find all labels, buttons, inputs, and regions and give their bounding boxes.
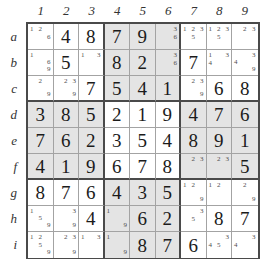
pencil-mark-5: 5 xyxy=(36,215,44,222)
pencil-mark-5: 5 xyxy=(36,241,44,249)
solved-digit: 5 xyxy=(156,180,180,205)
solved-digit: 8 xyxy=(54,102,79,127)
pencil-mark-3: 3 xyxy=(223,154,231,163)
cell-c4[interactable]: 5 xyxy=(105,76,131,102)
cell-e1[interactable]: 7 xyxy=(28,128,54,154)
cell-h8[interactable]: 8 xyxy=(207,206,233,232)
col-label-6: 6 xyxy=(156,1,182,21)
pencil-mark-2: 2 xyxy=(241,24,250,33)
cell-i8[interactable]: 345 xyxy=(207,232,233,258)
row-label-h: h xyxy=(0,206,23,232)
pencil-marks: 349 xyxy=(232,50,258,75)
pencil-marks: 34 xyxy=(232,232,258,258)
pencil-mark-1: 1 xyxy=(28,206,36,215)
pencil-marks: 23 xyxy=(207,154,232,178)
solved-digit: 7 xyxy=(54,180,79,205)
solved-digit: 2 xyxy=(130,50,155,75)
pencil-mark-1: 1 xyxy=(28,50,36,59)
solved-digit: 2 xyxy=(156,206,180,231)
solved-digit: 2 xyxy=(105,102,130,127)
solved-digit: 3 xyxy=(130,180,155,205)
cell-b9[interactable]: 349 xyxy=(232,50,258,76)
cell-i5[interactable]: 8 xyxy=(130,232,156,258)
pencil-marks: 23 xyxy=(232,24,258,49)
cell-e4[interactable]: 3 xyxy=(105,128,131,154)
cell-h3[interactable]: 4 xyxy=(79,206,105,232)
pencil-mark-9: 9 xyxy=(121,222,129,231)
solved-digit: 6 xyxy=(181,232,206,258)
pencil-marks: 1235 xyxy=(207,24,232,49)
sudoku-board: 1264879361235123523169513823671343492923… xyxy=(26,22,260,259)
pencil-mark-2: 2 xyxy=(189,154,197,163)
solved-digit: 5 xyxy=(54,50,79,75)
pencil-mark-1: 1 xyxy=(28,232,36,241)
solved-digit: 1 xyxy=(156,76,180,100)
pencil-mark-4: 4 xyxy=(232,59,241,66)
row-label-g: g xyxy=(0,180,23,206)
pencil-mark-3: 3 xyxy=(197,76,205,85)
row-label-f: f xyxy=(0,154,23,180)
pencil-mark-1: 1 xyxy=(181,180,189,189)
cell-g7[interactable]: 129 xyxy=(181,180,207,206)
cell-d9[interactable]: 6 xyxy=(232,102,258,128)
cell-e3[interactable]: 2 xyxy=(79,128,105,154)
cell-e8[interactable]: 9 xyxy=(207,128,233,154)
pencil-mark-2: 2 xyxy=(241,180,250,189)
pencil-mark-3: 3 xyxy=(249,24,258,33)
pencil-mark-1: 1 xyxy=(105,232,113,241)
solved-digit: 7 xyxy=(207,102,232,127)
sudoku-screenshot: 123456789 abcdefghi 12648793612351235231… xyxy=(0,0,274,259)
pencil-mark-2: 2 xyxy=(36,76,44,85)
cell-i4[interactable]: 19 xyxy=(105,232,131,258)
col-label-8: 8 xyxy=(207,1,233,21)
cell-f8[interactable]: 23 xyxy=(207,154,233,180)
solved-digit: 3 xyxy=(105,128,130,153)
pencil-mark-3: 3 xyxy=(249,50,258,59)
cell-d8[interactable]: 7 xyxy=(207,102,233,128)
pencil-marks: 23 xyxy=(181,154,206,178)
solved-digit: 4 xyxy=(54,24,79,49)
pencil-mark-5: 5 xyxy=(215,33,223,41)
solved-digit: 3 xyxy=(28,102,53,127)
pencil-mark-1: 1 xyxy=(207,50,215,59)
solved-digit: 5 xyxy=(105,76,130,100)
cell-i2[interactable]: 239 xyxy=(54,232,80,258)
cell-a6[interactable]: 36 xyxy=(156,24,182,50)
pencil-mark-1: 1 xyxy=(28,24,36,33)
pencil-mark-9: 9 xyxy=(70,222,78,231)
cell-e6[interactable]: 4 xyxy=(156,128,182,154)
pencil-mark-2: 2 xyxy=(62,232,70,241)
pencil-mark-2: 2 xyxy=(62,76,70,85)
cell-f5[interactable]: 7 xyxy=(130,154,156,180)
solved-digit: 8 xyxy=(105,50,130,75)
pencil-marks: 159 xyxy=(28,206,53,231)
solved-digit: 8 xyxy=(207,206,232,231)
cell-e7[interactable]: 8 xyxy=(181,128,207,154)
solved-digit: 8 xyxy=(232,76,258,100)
pencil-marks: 29 xyxy=(28,76,53,100)
cell-c6[interactable]: 1 xyxy=(156,76,182,102)
cell-f3[interactable]: 9 xyxy=(79,154,105,180)
cell-c5[interactable]: 4 xyxy=(130,76,156,102)
cell-c3[interactable]: 7 xyxy=(79,76,105,102)
cell-b4[interactable]: 8 xyxy=(105,50,131,76)
col-label-4: 4 xyxy=(105,1,131,21)
pencil-marks: 239 xyxy=(54,232,79,258)
pencil-mark-1: 1 xyxy=(207,180,215,189)
cell-b8[interactable]: 134 xyxy=(207,50,233,76)
col-label-3: 3 xyxy=(79,1,105,21)
col-label-2: 2 xyxy=(54,1,80,21)
cell-i3[interactable]: 13 xyxy=(79,232,105,258)
pencil-mark-3: 3 xyxy=(223,232,231,241)
solved-digit: 7 xyxy=(130,154,155,178)
row-label-e: e xyxy=(0,128,23,154)
solved-digit: 8 xyxy=(79,24,103,49)
cell-g9[interactable]: 29 xyxy=(232,180,258,206)
cell-a3[interactable]: 8 xyxy=(79,24,105,50)
pencil-mark-2: 2 xyxy=(36,232,44,241)
pencil-mark-2: 2 xyxy=(189,180,197,189)
pencil-mark-9: 9 xyxy=(44,66,52,75)
cell-f7[interactable]: 23 xyxy=(181,154,207,180)
pencil-mark-9: 9 xyxy=(44,91,52,100)
pencil-mark-3: 3 xyxy=(249,232,258,241)
solved-digit: 6 xyxy=(207,76,232,100)
cell-g2[interactable]: 7 xyxy=(54,180,80,206)
pencil-mark-4: 4 xyxy=(232,241,241,250)
solved-digit: 6 xyxy=(54,128,79,153)
cell-d6[interactable]: 9 xyxy=(156,102,182,128)
row-label-a: a xyxy=(0,24,23,50)
pencil-marks: 39 xyxy=(54,206,79,231)
cell-i7[interactable]: 6 xyxy=(181,232,207,258)
cell-g5[interactable]: 3 xyxy=(130,180,156,206)
pencil-mark-3: 3 xyxy=(197,206,205,215)
solved-digit: 8 xyxy=(181,128,206,153)
cell-b6[interactable]: 36 xyxy=(156,50,182,76)
pencil-mark-5: 5 xyxy=(189,33,197,41)
pencil-marks: 13 xyxy=(79,232,103,258)
pencil-mark-9: 9 xyxy=(249,196,258,205)
cell-f9[interactable]: 5 xyxy=(232,154,258,180)
solved-digit: 4 xyxy=(105,180,130,205)
pencil-mark-1: 1 xyxy=(207,24,215,33)
cell-c1[interactable]: 29 xyxy=(28,76,54,102)
cell-i6[interactable]: 7 xyxy=(156,232,182,258)
pencil-mark-3: 3 xyxy=(70,206,78,215)
cell-h1[interactable]: 159 xyxy=(28,206,54,232)
solved-digit: 7 xyxy=(181,50,206,75)
cell-b5[interactable]: 2 xyxy=(130,50,156,76)
pencil-mark-6: 6 xyxy=(171,33,179,41)
solved-digit: 7 xyxy=(28,128,53,153)
row-label-d: d xyxy=(0,102,23,128)
col-label-7: 7 xyxy=(181,1,207,21)
solved-digit: 7 xyxy=(232,206,258,231)
solved-digit: 2 xyxy=(79,128,103,153)
pencil-mark-4: 4 xyxy=(207,241,215,250)
cell-c9[interactable]: 8 xyxy=(232,76,258,102)
solved-digit: 4 xyxy=(181,102,206,127)
row-labels: abcdefghi xyxy=(0,24,23,258)
cell-h2[interactable]: 39 xyxy=(54,206,80,232)
pencil-mark-1: 1 xyxy=(79,50,87,59)
cell-d1[interactable]: 3 xyxy=(28,102,54,128)
cell-h7[interactable]: 35 xyxy=(181,206,207,232)
solved-digit: 8 xyxy=(156,154,180,178)
cell-f2[interactable]: 1 xyxy=(54,154,80,180)
pencil-mark-3: 3 xyxy=(197,154,205,163)
cell-d3[interactable]: 5 xyxy=(79,102,105,128)
pencil-mark-3: 3 xyxy=(197,24,205,33)
solved-digit: 1 xyxy=(54,154,79,178)
solved-digit: 5 xyxy=(79,102,103,127)
pencil-mark-2: 2 xyxy=(215,24,223,33)
cell-b3[interactable]: 13 xyxy=(79,50,105,76)
pencil-mark-2: 2 xyxy=(189,24,197,33)
pencil-mark-5: 5 xyxy=(215,241,223,250)
cell-c8[interactable]: 6 xyxy=(207,76,233,102)
cell-a5[interactable]: 9 xyxy=(130,24,156,50)
pencil-mark-3: 3 xyxy=(70,232,78,241)
pencil-mark-9: 9 xyxy=(197,196,205,205)
pencil-marks: 19 xyxy=(105,232,130,258)
cell-g1[interactable]: 8 xyxy=(28,180,54,206)
pencil-marks: 239 xyxy=(54,76,79,100)
pencil-marks: 1235 xyxy=(181,24,206,49)
solved-digit: 6 xyxy=(130,206,155,231)
cell-b7[interactable]: 7 xyxy=(181,50,207,76)
cell-i1[interactable]: 1259 xyxy=(28,232,54,258)
cell-h5[interactable]: 6 xyxy=(130,206,156,232)
solved-digit: 4 xyxy=(156,128,180,153)
solved-digit: 8 xyxy=(130,232,155,258)
cell-g4[interactable]: 4 xyxy=(105,180,131,206)
pencil-mark-6: 6 xyxy=(44,33,52,41)
cell-d7[interactable]: 4 xyxy=(181,102,207,128)
pencil-mark-1: 1 xyxy=(105,206,113,215)
solved-digit: 5 xyxy=(130,128,155,153)
pencil-mark-3: 3 xyxy=(223,50,231,59)
pencil-marks: 29 xyxy=(232,180,258,205)
solved-digit: 4 xyxy=(130,76,155,100)
solved-digit: 7 xyxy=(156,232,180,258)
solved-digit: 4 xyxy=(28,154,53,178)
pencil-mark-6: 6 xyxy=(171,59,179,67)
cell-e9[interactable]: 1 xyxy=(232,128,258,154)
cell-b1[interactable]: 169 xyxy=(28,50,54,76)
solved-digit: 6 xyxy=(232,102,258,127)
solved-digit: 7 xyxy=(105,24,130,49)
cell-e5[interactable]: 5 xyxy=(130,128,156,154)
pencil-marks: 126 xyxy=(28,24,53,49)
pencil-mark-1: 1 xyxy=(181,24,189,33)
solved-digit: 1 xyxy=(130,102,155,127)
cell-a1[interactable]: 126 xyxy=(28,24,54,50)
solved-digit: 1 xyxy=(232,128,258,153)
cell-g6[interactable]: 5 xyxy=(156,180,182,206)
cell-b2[interactable]: 5 xyxy=(54,50,80,76)
pencil-mark-3: 3 xyxy=(95,50,103,59)
pencil-mark-2: 2 xyxy=(36,24,44,33)
pencil-mark-9: 9 xyxy=(44,222,52,231)
cell-d5[interactable]: 1 xyxy=(130,102,156,128)
pencil-mark-9: 9 xyxy=(70,249,78,258)
pencil-mark-9: 9 xyxy=(121,249,129,258)
pencil-mark-3: 3 xyxy=(171,24,179,33)
pencil-mark-9: 9 xyxy=(197,91,205,100)
solved-digit: 9 xyxy=(79,154,103,178)
pencil-marks: 239 xyxy=(181,76,206,100)
cell-e2[interactable]: 6 xyxy=(54,128,80,154)
col-label-5: 5 xyxy=(130,1,156,21)
solved-digit: 6 xyxy=(105,154,130,178)
col-label-1: 1 xyxy=(28,1,54,21)
cell-f1[interactable]: 4 xyxy=(28,154,54,180)
solved-digit: 9 xyxy=(130,24,155,49)
col-label-9: 9 xyxy=(232,1,258,21)
cell-a8[interactable]: 1235 xyxy=(207,24,233,50)
solved-digit: 9 xyxy=(207,128,232,153)
pencil-mark-5: 5 xyxy=(189,215,197,223)
row-label-c: c xyxy=(0,76,23,102)
pencil-marks: 12 xyxy=(207,180,232,205)
cell-a9[interactable]: 23 xyxy=(232,24,258,50)
solved-digit: 4 xyxy=(79,206,103,231)
pencil-mark-2: 2 xyxy=(215,180,223,189)
pencil-marks: 129 xyxy=(181,180,206,205)
pencil-mark-9: 9 xyxy=(44,249,52,258)
row-label-i: i xyxy=(0,232,23,258)
pencil-mark-4: 4 xyxy=(207,59,215,67)
pencil-marks: 169 xyxy=(28,50,53,75)
pencil-mark-3: 3 xyxy=(95,232,103,241)
cell-f4[interactable]: 6 xyxy=(105,154,131,180)
pencil-marks: 345 xyxy=(207,232,232,258)
pencil-mark-3: 3 xyxy=(70,76,78,85)
cell-i9[interactable]: 34 xyxy=(232,232,258,258)
cell-a4[interactable]: 7 xyxy=(105,24,131,50)
cell-g3[interactable]: 6 xyxy=(79,180,105,206)
cell-c2[interactable]: 239 xyxy=(54,76,80,102)
pencil-marks: 35 xyxy=(181,206,206,231)
cell-f6[interactable]: 8 xyxy=(156,154,182,180)
solved-digit: 6 xyxy=(79,180,103,205)
cell-a2[interactable]: 4 xyxy=(54,24,80,50)
pencil-mark-2: 2 xyxy=(189,76,197,85)
cell-a7[interactable]: 1235 xyxy=(181,24,207,50)
pencil-marks: 134 xyxy=(207,50,232,75)
pencil-marks: 1259 xyxy=(28,232,53,258)
pencil-mark-3: 3 xyxy=(223,24,231,33)
pencil-mark-9: 9 xyxy=(249,66,258,75)
cell-d4[interactable]: 2 xyxy=(105,102,131,128)
pencil-marks: 36 xyxy=(156,50,180,75)
cell-g8[interactable]: 12 xyxy=(207,180,233,206)
pencil-mark-2: 2 xyxy=(215,154,223,163)
pencil-marks: 13 xyxy=(79,50,103,75)
cell-d2[interactable]: 8 xyxy=(54,102,80,128)
pencil-marks: 36 xyxy=(156,24,180,49)
solved-digit: 9 xyxy=(156,102,180,127)
pencil-mark-1: 1 xyxy=(79,232,87,241)
row-label-b: b xyxy=(0,50,23,76)
pencil-mark-3: 3 xyxy=(171,50,179,59)
solved-digit: 7 xyxy=(79,76,103,100)
column-labels: 123456789 xyxy=(28,1,258,21)
cell-h9[interactable]: 7 xyxy=(232,206,258,232)
solved-digit: 5 xyxy=(232,154,258,178)
pencil-mark-9: 9 xyxy=(70,91,78,100)
cell-c7[interactable]: 239 xyxy=(181,76,207,102)
cell-h4[interactable]: 19 xyxy=(105,206,131,232)
cell-h6[interactable]: 2 xyxy=(156,206,182,232)
pencil-marks: 19 xyxy=(105,206,130,231)
solved-digit: 8 xyxy=(28,180,53,205)
